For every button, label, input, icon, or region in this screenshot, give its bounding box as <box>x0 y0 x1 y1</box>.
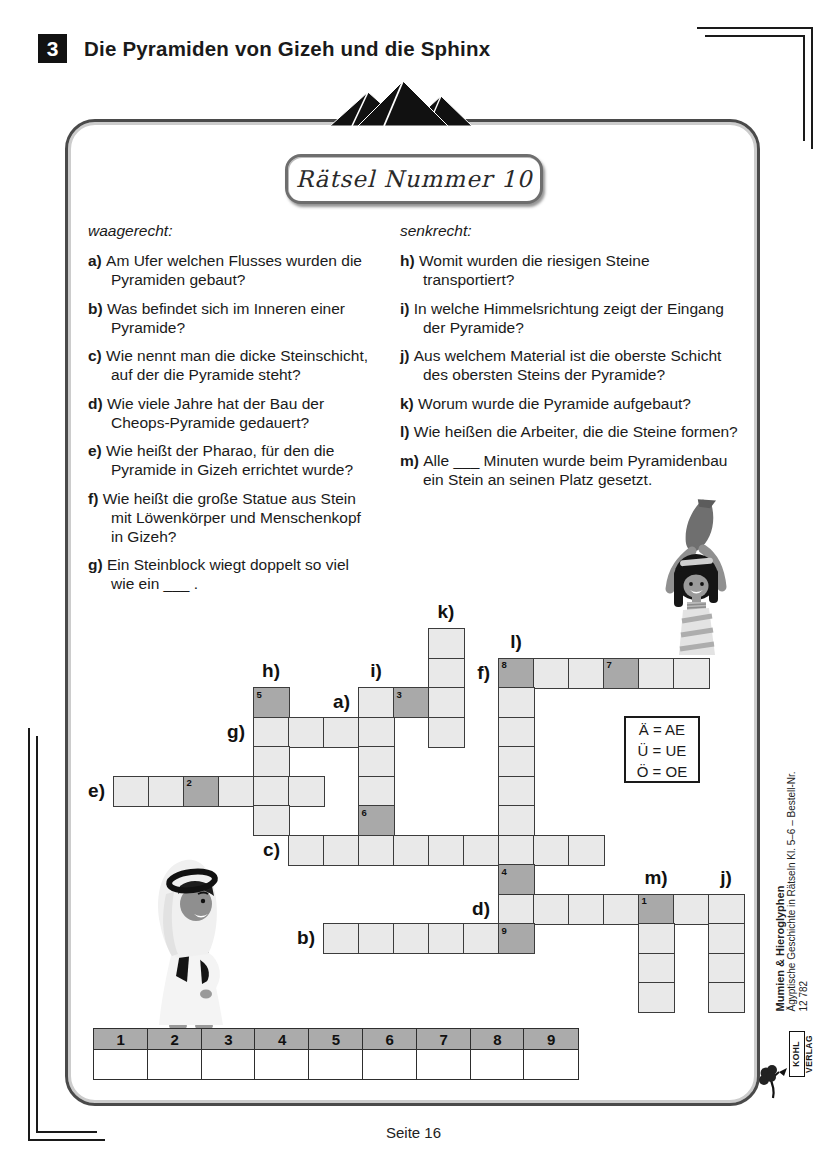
solution-number-9: 9 <box>523 1028 579 1051</box>
pyramids-icon <box>322 81 472 127</box>
clues-down-column: senkrecht: h) Womit wurden die riesigen … <box>400 221 745 498</box>
crossword-cell-r1c12[interactable] <box>533 658 570 689</box>
crossword-cell-r7c10[interactable] <box>463 835 500 866</box>
crossword-cell-r6c11[interactable] <box>498 805 535 836</box>
clue-letter: b) <box>88 300 107 317</box>
crossword-cell-r5c0[interactable] <box>113 776 150 807</box>
solution-letter-number: 8 <box>502 659 507 670</box>
clue-down-j: j) Aus welchem Material ist die oberste … <box>400 346 745 384</box>
clue-across-b: b) Was befindet sich im Inneren einer Py… <box>88 299 368 337</box>
solution-cell-3[interactable] <box>201 1049 257 1080</box>
clue-across-a: a) Am Ufer welchen Flusses wurden die Py… <box>88 251 368 289</box>
crossword-cell-r9c11[interactable] <box>498 894 535 925</box>
crossword-cell-r5c11[interactable] <box>498 776 535 807</box>
page-title: Die Pyramiden von Gizeh und die Sphinx <box>84 37 490 61</box>
clue-across-g: g) Ein Steinblock wiegt doppelt so viel … <box>88 555 368 593</box>
puzzle-number-box: Rätsel Nummer 10 <box>285 154 543 204</box>
crossword-cell-r7c13[interactable] <box>568 835 605 866</box>
clue-text: Was befindet sich im Inneren einer Pyram… <box>107 300 345 336</box>
grid-clue-label-b: b) <box>253 923 315 953</box>
publisher-tree-icon <box>757 1064 791 1100</box>
solution-letter-number: 6 <box>362 807 367 818</box>
crossword-cell-r7c6[interactable] <box>323 835 360 866</box>
crossword-cell-r7c5[interactable] <box>288 835 325 866</box>
crossword-cell-r10c10[interactable] <box>463 923 500 954</box>
solution-letter-number: 9 <box>502 925 507 936</box>
sidebar-series-subtitle: Ägyptische Geschichte in Rätseln Kl. 5–6… <box>786 767 810 1012</box>
solution-letter-number: 2 <box>187 777 192 788</box>
crossword-cell-r5c7[interactable] <box>358 776 395 807</box>
clue-text: Aus welchem Material ist die oberste Sch… <box>414 347 722 383</box>
crossword-cell-r1c13[interactable] <box>568 658 605 689</box>
crossword-cell-r10c6[interactable] <box>323 923 360 954</box>
crossword-cell-r7c11[interactable] <box>498 835 535 866</box>
crossword-cell-r10c15[interactable] <box>638 923 675 954</box>
solution-cell-8[interactable] <box>470 1049 526 1080</box>
grid-clue-label-h: h) <box>253 660 289 687</box>
crossword-cell-r10c11[interactable]: 9 <box>498 923 535 954</box>
crossword-cell-r3c4[interactable] <box>253 717 290 748</box>
grid-clue-label-k: k) <box>428 601 464 628</box>
clues-down-header: senkrecht: <box>400 221 745 240</box>
crossword-cell-r4c11[interactable] <box>498 746 535 777</box>
clue-across-c: c) Wie nennt man die dicke Steinschicht,… <box>88 346 368 384</box>
clue-letter: g) <box>88 556 107 573</box>
crossword-cell-r12c15[interactable] <box>638 982 675 1013</box>
solution-letter-number: 1 <box>642 895 647 906</box>
crossword-cell-r2c9[interactable] <box>428 687 465 718</box>
crossword-cell-r1c15[interactable] <box>638 658 675 689</box>
crossword-cell-r3c9[interactable] <box>428 717 465 748</box>
crossword-cell-r9c16[interactable] <box>673 894 710 925</box>
crossword-cell-r9c17[interactable] <box>708 894 745 925</box>
crossword-grid: 875326419k)l)h)i)m)j)f)a)g)e)c)d)b) <box>113 628 745 1014</box>
clue-across-d: d) Wie viele Jahre hat der Bau der Cheop… <box>88 394 368 432</box>
crossword-cell-r7c8[interactable] <box>393 835 430 866</box>
crossword-cell-r11c17[interactable] <box>708 953 745 984</box>
crossword-cell-r3c7[interactable] <box>358 717 395 748</box>
grid-clue-label-i: i) <box>358 660 394 687</box>
clue-letter: k) <box>400 395 418 412</box>
grid-clue-label-f: f) <box>428 658 490 688</box>
umlaut-rule-u: Ü = UE <box>626 740 698 761</box>
grid-clue-label-g: g) <box>183 717 245 747</box>
solution-letter-number: 4 <box>502 866 507 877</box>
crossword-cell-r9c12[interactable] <box>533 894 570 925</box>
solution-cell-1[interactable] <box>93 1049 149 1080</box>
clues-across-header: waagerecht: <box>88 221 368 240</box>
clue-letter: m) <box>400 452 423 469</box>
crossword-cell-r10c17[interactable] <box>708 923 745 954</box>
crossword-cell-r10c7[interactable] <box>358 923 395 954</box>
grid-clue-label-e: e) <box>43 776 105 806</box>
crossword-cell-r10c8[interactable] <box>393 923 430 954</box>
clues-down-list: h) Womit wurden die riesigen Steine tran… <box>400 251 745 489</box>
crossword-cell-r3c5[interactable] <box>288 717 325 748</box>
crossword-cell-r7c12[interactable] <box>533 835 570 866</box>
solution-letter-number: 3 <box>397 689 402 700</box>
page-footer: Seite 16 <box>0 1124 827 1141</box>
crossword-cell-r6c4[interactable] <box>253 805 290 836</box>
crossword-cell-r0c9[interactable] <box>428 628 465 659</box>
crossword-cell-r12c17[interactable] <box>708 982 745 1013</box>
solution-letter-number: 5 <box>257 689 262 700</box>
clue-down-l: l) Wie heißen die Arbeiter, die die Stei… <box>400 422 745 441</box>
clue-text: Wie heißt die große Statue aus Stein mit… <box>103 490 361 545</box>
clue-text: Wie nennt man die dicke Steinschicht, au… <box>106 347 368 383</box>
clue-text: Am Ufer welchen Flusses wurden die Pyram… <box>106 252 362 288</box>
clue-text: Worum wurde die Pyramide aufgebaut? <box>418 395 691 412</box>
crossword-cell-r8c11[interactable]: 4 <box>498 864 535 895</box>
crossword-cell-r2c4[interactable]: 5 <box>253 687 290 718</box>
solution-cell-6[interactable] <box>362 1049 418 1080</box>
solution-cell-9[interactable] <box>523 1049 579 1080</box>
grid-clue-label-c: c) <box>218 835 280 865</box>
crossword-cell-r3c6[interactable] <box>323 717 360 748</box>
clue-letter: d) <box>88 395 107 412</box>
clue-across-e: e) Wie heißt der Pharao, für den die Pyr… <box>88 441 368 479</box>
clue-down-k: k) Worum wurde die Pyramide aufgebaut? <box>400 394 745 413</box>
grid-clue-label-d: d) <box>428 894 490 924</box>
crossword-cell-r9c14[interactable] <box>603 894 640 925</box>
solution-number-3: 3 <box>201 1028 257 1051</box>
solution-cell-5[interactable] <box>308 1049 364 1080</box>
solution-number-4: 4 <box>254 1028 310 1051</box>
worksheet-page: 3 Die Pyramiden von Gizeh und die Sphinx… <box>0 0 827 1169</box>
clue-letter: l) <box>400 423 414 440</box>
crossword-cell-r5c3[interactable] <box>218 776 255 807</box>
umlaut-legend-box: Ä = AE Ü = UE Ö = OE <box>624 716 700 783</box>
clue-letter: a) <box>88 252 106 269</box>
grid-clue-label-m: m) <box>638 867 674 894</box>
clue-text: In welche Himmelsrichtung zeigt der Eing… <box>414 300 724 336</box>
crossword-cell-r9c13[interactable] <box>568 894 605 925</box>
section-number-badge: 3 <box>38 34 67 63</box>
crossword-cell-r11c15[interactable] <box>638 953 675 984</box>
crossword-cell-r7c9[interactable] <box>428 835 465 866</box>
solution-cell-2[interactable] <box>147 1049 203 1080</box>
clue-letter: f) <box>88 490 103 507</box>
solution-number-6: 6 <box>362 1028 418 1051</box>
clue-letter: e) <box>88 442 106 459</box>
crossword-cell-r1c11[interactable]: 8 <box>498 658 535 689</box>
clue-down-h: h) Womit wurden die riesigen Steine tran… <box>400 251 745 289</box>
clue-text: Wie viele Jahre hat der Bau der Cheops-P… <box>107 395 324 431</box>
crossword-cell-r1c16[interactable] <box>673 658 710 689</box>
clue-across-f: f) Wie heißt die große Statue aus Stein … <box>88 489 368 546</box>
crossword-cell-r2c8[interactable]: 3 <box>393 687 430 718</box>
solution-number-2: 2 <box>147 1028 203 1051</box>
clue-down-m: m) Alle ___ Minuten wurde beim Pyramiden… <box>400 451 745 489</box>
crossword-cell-r2c11[interactable] <box>498 687 535 718</box>
crossword-cell-r3c11[interactable] <box>498 717 535 748</box>
grid-clue-label-a: a) <box>288 687 350 717</box>
crossword-cell-r1c14[interactable]: 7 <box>603 658 640 689</box>
clue-text: Alle ___ Minuten wurde beim Pyramidenbau… <box>423 452 727 488</box>
solution-cell-7[interactable] <box>416 1049 472 1080</box>
solution-letter-number: 7 <box>607 659 612 670</box>
solution-number-1: 1 <box>93 1028 149 1051</box>
clue-letter: c) <box>88 347 106 364</box>
crossword-cell-r7c7[interactable] <box>358 835 395 866</box>
clues-across-list: a) Am Ufer welchen Flusses wurden die Py… <box>88 251 368 593</box>
clue-text: Womit wurden die riesigen Steine transpo… <box>419 252 650 288</box>
publisher-logo-label: KOHL VERLAG <box>789 1031 805 1077</box>
grid-clue-label-j: j) <box>708 867 744 894</box>
solution-number-7: 7 <box>416 1028 472 1051</box>
umlaut-rule-a: Ä = AE <box>626 719 698 740</box>
crossword-cell-r10c9[interactable] <box>428 923 465 954</box>
crossword-cell-r5c4[interactable] <box>253 776 290 807</box>
clue-down-i: i) In welche Himmelsrichtung zeigt der E… <box>400 299 745 337</box>
crossword-cell-r2c7[interactable] <box>358 687 395 718</box>
umlaut-rule-o: Ö = OE <box>626 761 698 782</box>
solution-number-8: 8 <box>470 1028 526 1051</box>
clue-letter: j) <box>400 347 414 364</box>
crossword-cell-r4c7[interactable] <box>358 746 395 777</box>
clue-text: Ein Steinblock wiegt doppelt so viel wie… <box>107 556 349 592</box>
crossword-cell-r9c15[interactable]: 1 <box>638 894 675 925</box>
clues-across-column: waagerecht: a) Am Ufer welchen Flusses w… <box>88 221 368 603</box>
crossword-cell-r5c1[interactable] <box>148 776 185 807</box>
crossword-cell-r5c2[interactable]: 2 <box>183 776 220 807</box>
solution-number-5: 5 <box>308 1028 364 1051</box>
grid-clue-label-l: l) <box>498 631 534 658</box>
clue-letter: h) <box>400 252 419 269</box>
crossword-cell-r6c7[interactable]: 6 <box>358 805 395 836</box>
clue-text: Wie heißen die Arbeiter, die die Steine … <box>414 423 738 440</box>
crossword-cell-r5c5[interactable] <box>288 776 325 807</box>
crossword-cell-r4c4[interactable] <box>253 746 290 777</box>
clue-text: Wie heißt der Pharao, für den die Pyrami… <box>106 442 353 478</box>
sidebar-series-title: Mumien & Hieroglyphen <box>774 767 786 1012</box>
solution-cell-4[interactable] <box>254 1049 310 1080</box>
clue-letter: i) <box>400 300 414 317</box>
sidebar-imprint: Mumien & Hieroglyphen Ägyptische Geschic… <box>774 767 798 1012</box>
